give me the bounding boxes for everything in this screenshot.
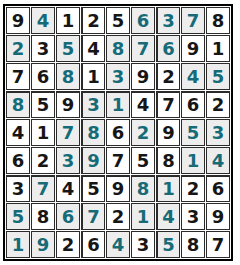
cell-r6c6[interactable]: 5 bbox=[131, 147, 155, 174]
cell-r9c8[interactable]: 8 bbox=[181, 231, 205, 258]
cell-r3c2[interactable]: 6 bbox=[31, 63, 55, 90]
cell-r3c3[interactable]: 8 bbox=[56, 63, 80, 90]
cell-r6c5[interactable]: 7 bbox=[106, 147, 130, 174]
cell-r4c6[interactable]: 4 bbox=[131, 91, 155, 118]
cell-r6c4[interactable]: 9 bbox=[81, 147, 105, 174]
cell-r2c1[interactable]: 2 bbox=[6, 35, 30, 62]
cell-r5c1[interactable]: 4 bbox=[6, 119, 30, 146]
cell-r5c6[interactable]: 2 bbox=[131, 119, 155, 146]
cell-r1c3[interactable]: 1 bbox=[56, 7, 80, 34]
cell-r6c1[interactable]: 6 bbox=[6, 147, 30, 174]
cell-r9c9[interactable]: 7 bbox=[206, 231, 230, 258]
cell-r7c5[interactable]: 9 bbox=[106, 175, 130, 202]
cell-r3c1[interactable]: 7 bbox=[6, 63, 30, 90]
cell-r1c8[interactable]: 7 bbox=[181, 7, 205, 34]
cell-r2c3[interactable]: 5 bbox=[56, 35, 80, 62]
cell-r4c3[interactable]: 9 bbox=[56, 91, 80, 118]
cell-r3c9[interactable]: 5 bbox=[206, 63, 230, 90]
cell-r7c7[interactable]: 1 bbox=[156, 175, 180, 202]
cell-r2c4[interactable]: 4 bbox=[81, 35, 105, 62]
cell-r1c9[interactable]: 8 bbox=[206, 7, 230, 34]
cell-r8c5[interactable]: 2 bbox=[106, 203, 130, 230]
cell-r3c4[interactable]: 1 bbox=[81, 63, 105, 90]
cell-r1c7[interactable]: 3 bbox=[156, 7, 180, 34]
cell-r1c5[interactable]: 5 bbox=[106, 7, 130, 34]
cell-r8c7[interactable]: 4 bbox=[156, 203, 180, 230]
cell-r8c8[interactable]: 3 bbox=[181, 203, 205, 230]
cell-r9c6[interactable]: 3 bbox=[131, 231, 155, 258]
cell-r6c7[interactable]: 8 bbox=[156, 147, 180, 174]
cell-r2c8[interactable]: 9 bbox=[181, 35, 205, 62]
cell-r7c1[interactable]: 3 bbox=[6, 175, 30, 202]
cell-r6c3[interactable]: 3 bbox=[56, 147, 80, 174]
cell-r8c9[interactable]: 9 bbox=[206, 203, 230, 230]
cell-r7c8[interactable]: 2 bbox=[181, 175, 205, 202]
cell-r5c3[interactable]: 7 bbox=[56, 119, 80, 146]
cell-r5c7[interactable]: 9 bbox=[156, 119, 180, 146]
cell-r2c5[interactable]: 8 bbox=[106, 35, 130, 62]
sudoku-board-wrap: 9412563782354876917681392458593147624178… bbox=[0, 0, 236, 265]
cell-r4c2[interactable]: 5 bbox=[31, 91, 55, 118]
cell-r2c6[interactable]: 7 bbox=[131, 35, 155, 62]
cell-r7c9[interactable]: 6 bbox=[206, 175, 230, 202]
cell-r8c3[interactable]: 6 bbox=[56, 203, 80, 230]
cell-r1c1[interactable]: 9 bbox=[6, 7, 30, 34]
cell-r5c4[interactable]: 8 bbox=[81, 119, 105, 146]
cell-r1c4[interactable]: 2 bbox=[81, 7, 105, 34]
cell-r5c9[interactable]: 3 bbox=[206, 119, 230, 146]
cell-r2c7[interactable]: 6 bbox=[156, 35, 180, 62]
sudoku-board: 9412563782354876917681392458593147624178… bbox=[3, 4, 233, 261]
cell-r9c2[interactable]: 9 bbox=[31, 231, 55, 258]
cell-r7c4[interactable]: 5 bbox=[81, 175, 105, 202]
cell-r9c1[interactable]: 1 bbox=[6, 231, 30, 258]
cell-r3c7[interactable]: 2 bbox=[156, 63, 180, 90]
cell-r4c1[interactable]: 8 bbox=[6, 91, 30, 118]
cell-r8c4[interactable]: 7 bbox=[81, 203, 105, 230]
cell-r9c3[interactable]: 2 bbox=[56, 231, 80, 258]
cell-r2c2[interactable]: 3 bbox=[31, 35, 55, 62]
cell-r7c6[interactable]: 8 bbox=[131, 175, 155, 202]
cell-r3c8[interactable]: 4 bbox=[181, 63, 205, 90]
cell-r3c6[interactable]: 9 bbox=[131, 63, 155, 90]
cell-r1c2[interactable]: 4 bbox=[31, 7, 55, 34]
cell-r8c2[interactable]: 8 bbox=[31, 203, 55, 230]
cell-r9c5[interactable]: 4 bbox=[106, 231, 130, 258]
cell-r4c5[interactable]: 1 bbox=[106, 91, 130, 118]
cell-r2c9[interactable]: 1 bbox=[206, 35, 230, 62]
cell-r9c7[interactable]: 5 bbox=[156, 231, 180, 258]
cell-r4c4[interactable]: 3 bbox=[81, 91, 105, 118]
cell-r4c8[interactable]: 6 bbox=[181, 91, 205, 118]
cell-r5c8[interactable]: 5 bbox=[181, 119, 205, 146]
cell-r5c5[interactable]: 6 bbox=[106, 119, 130, 146]
cell-r7c2[interactable]: 7 bbox=[31, 175, 55, 202]
cell-r7c3[interactable]: 4 bbox=[56, 175, 80, 202]
cell-r3c5[interactable]: 3 bbox=[106, 63, 130, 90]
cell-r4c9[interactable]: 2 bbox=[206, 91, 230, 118]
cell-r9c4[interactable]: 6 bbox=[81, 231, 105, 258]
cell-r6c9[interactable]: 4 bbox=[206, 147, 230, 174]
cell-r6c8[interactable]: 1 bbox=[181, 147, 205, 174]
cell-r6c2[interactable]: 2 bbox=[31, 147, 55, 174]
cell-r4c7[interactable]: 7 bbox=[156, 91, 180, 118]
cell-r5c2[interactable]: 1 bbox=[31, 119, 55, 146]
cell-r1c6[interactable]: 6 bbox=[131, 7, 155, 34]
cell-r8c1[interactable]: 5 bbox=[6, 203, 30, 230]
cell-r8c6[interactable]: 1 bbox=[131, 203, 155, 230]
